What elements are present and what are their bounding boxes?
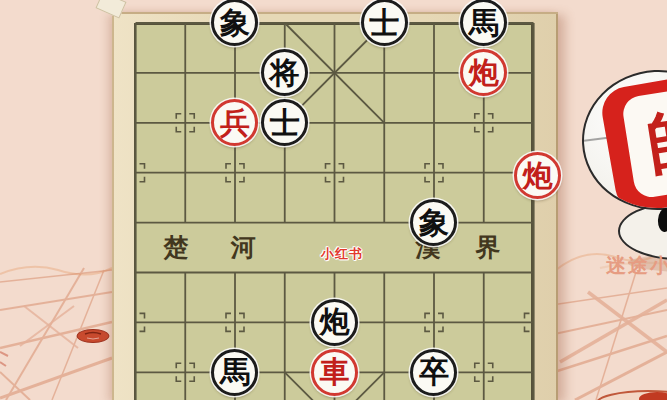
piece-black-馬[interactable]: 馬 xyxy=(211,349,258,396)
mascot-piece-face: 帥 xyxy=(621,83,667,200)
piece-black-将[interactable]: 将 xyxy=(261,49,308,96)
piece-glyph: 兵 xyxy=(220,108,250,138)
piece-glyph: 士 xyxy=(270,108,300,138)
fallen-piece-bottom-right xyxy=(596,391,667,400)
piece-glyph: 象 xyxy=(419,208,449,238)
piece-red-炮[interactable]: 炮 xyxy=(460,49,507,96)
piece-black-卒[interactable]: 卒 xyxy=(410,349,457,396)
piece-black-炮[interactable]: 炮 xyxy=(311,299,358,346)
piece-glyph: 馬 xyxy=(220,357,250,387)
piece-glyph: 象 xyxy=(220,8,250,38)
piece-black-士[interactable]: 士 xyxy=(361,0,408,46)
piece-black-象[interactable]: 象 xyxy=(211,0,258,46)
piece-black-馬[interactable]: 馬 xyxy=(460,0,507,46)
fallen-piece-left xyxy=(77,330,109,343)
piece-glyph: 車 xyxy=(319,357,349,387)
xiangqi-board[interactable]: 楚 河 漢 界 小红书 象士馬将炮兵士炮象炮馬車卒 xyxy=(112,12,558,400)
watermark-mitu: 迷途小 xyxy=(606,252,667,279)
piece-glyph: 馬 xyxy=(469,8,499,38)
piece-red-兵[interactable]: 兵 xyxy=(211,99,258,146)
mascot-piece-panel: 帥 xyxy=(598,69,667,214)
piece-layer[interactable]: 象士馬将炮兵士炮象炮馬車卒 xyxy=(111,0,559,400)
piece-glyph: 士 xyxy=(369,8,399,38)
mascot-piece-glyph: 帥 xyxy=(642,103,667,179)
piece-glyph: 炮 xyxy=(522,161,552,191)
mascot-cap: 帥 xyxy=(578,66,667,214)
piece-glyph: 将 xyxy=(270,58,300,88)
piece-black-士[interactable]: 士 xyxy=(261,99,308,146)
piece-red-車[interactable]: 車 xyxy=(311,349,358,396)
piece-glyph: 炮 xyxy=(469,58,499,88)
piece-glyph: 卒 xyxy=(419,357,449,387)
piece-red-炮[interactable]: 炮 xyxy=(514,152,561,199)
piece-glyph: 炮 xyxy=(319,307,349,337)
piece-black-象[interactable]: 象 xyxy=(410,199,457,246)
mountain-outline-left xyxy=(0,267,112,275)
